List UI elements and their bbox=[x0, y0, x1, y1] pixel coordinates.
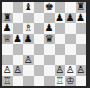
square-c5[interactable]: ♟ bbox=[23, 34, 34, 45]
square-d1[interactable] bbox=[34, 76, 45, 87]
square-g6[interactable] bbox=[65, 23, 76, 34]
square-f1[interactable]: ♖ bbox=[55, 76, 66, 87]
piece-white-king: ♔ bbox=[66, 76, 75, 87]
square-c2[interactable] bbox=[23, 65, 34, 76]
square-b3[interactable] bbox=[13, 55, 24, 66]
square-f3[interactable] bbox=[55, 55, 66, 66]
board-frame: ♝♚♜♜♟♟♟♟♗♟♕♟♟♛♙♙♙♙♙♙♖♖♔ bbox=[0, 0, 90, 88]
piece-black-king: ♚ bbox=[45, 2, 54, 13]
square-d2[interactable] bbox=[34, 65, 45, 76]
square-g1[interactable]: ♔ bbox=[65, 76, 76, 87]
piece-black-pawn: ♟ bbox=[76, 13, 85, 24]
piece-white-queen: ♕ bbox=[3, 34, 12, 45]
square-h7[interactable]: ♟ bbox=[76, 13, 87, 24]
square-d3[interactable] bbox=[34, 55, 45, 66]
piece-white-bishop: ♗ bbox=[24, 23, 33, 34]
square-h3[interactable] bbox=[76, 55, 87, 66]
piece-white-pawn: ♙ bbox=[55, 65, 64, 76]
square-a6[interactable]: ♟ bbox=[2, 23, 13, 34]
piece-white-rook: ♖ bbox=[3, 76, 12, 87]
square-a7[interactable]: ♜ bbox=[2, 13, 13, 24]
piece-white-pawn: ♙ bbox=[66, 65, 75, 76]
square-f7[interactable]: ♟ bbox=[55, 13, 66, 24]
square-c6[interactable]: ♗ bbox=[23, 23, 34, 34]
square-f8[interactable] bbox=[55, 2, 66, 13]
square-b6[interactable] bbox=[13, 23, 24, 34]
square-h5[interactable] bbox=[76, 34, 87, 45]
square-g7[interactable]: ♟ bbox=[65, 13, 76, 24]
piece-black-pawn: ♟ bbox=[45, 23, 54, 34]
piece-black-pawn: ♟ bbox=[66, 13, 75, 24]
square-d8[interactable] bbox=[34, 2, 45, 13]
square-e7[interactable] bbox=[44, 13, 55, 24]
square-g8[interactable] bbox=[65, 2, 76, 13]
piece-black-pawn: ♟ bbox=[55, 13, 64, 24]
square-e6[interactable]: ♟ bbox=[44, 23, 55, 34]
piece-white-pawn: ♙ bbox=[3, 65, 12, 76]
square-c1[interactable] bbox=[23, 76, 34, 87]
square-h6[interactable] bbox=[76, 23, 87, 34]
piece-black-queen: ♛ bbox=[45, 34, 54, 45]
square-f2[interactable]: ♙ bbox=[55, 65, 66, 76]
square-e2[interactable] bbox=[44, 65, 55, 76]
square-a2[interactable]: ♙ bbox=[2, 65, 13, 76]
square-b2[interactable]: ♙ bbox=[13, 65, 24, 76]
piece-black-pawn: ♟ bbox=[3, 23, 12, 34]
square-b7[interactable] bbox=[13, 13, 24, 24]
square-d4[interactable] bbox=[34, 44, 45, 55]
square-e3[interactable] bbox=[44, 55, 55, 66]
square-e4[interactable] bbox=[44, 44, 55, 55]
square-f5[interactable] bbox=[55, 34, 66, 45]
square-a8[interactable] bbox=[2, 2, 13, 13]
square-d7[interactable] bbox=[34, 13, 45, 24]
piece-white-pawn: ♙ bbox=[24, 55, 33, 66]
square-h4[interactable] bbox=[76, 44, 87, 55]
square-c7[interactable] bbox=[23, 13, 34, 24]
square-b4[interactable] bbox=[13, 44, 24, 55]
piece-white-pawn: ♙ bbox=[76, 65, 85, 76]
square-e8[interactable]: ♚ bbox=[44, 2, 55, 13]
square-a3[interactable] bbox=[2, 55, 13, 66]
piece-black-pawn: ♟ bbox=[13, 34, 22, 45]
piece-white-pawn: ♙ bbox=[13, 65, 22, 76]
square-c8[interactable]: ♝ bbox=[23, 2, 34, 13]
square-b8[interactable] bbox=[13, 2, 24, 13]
square-c4[interactable] bbox=[23, 44, 34, 55]
square-a4[interactable] bbox=[2, 44, 13, 55]
piece-black-pawn: ♟ bbox=[24, 34, 33, 45]
square-h1[interactable] bbox=[76, 76, 87, 87]
square-g3[interactable] bbox=[65, 55, 76, 66]
square-h2[interactable]: ♙ bbox=[76, 65, 87, 76]
square-g5[interactable] bbox=[65, 34, 76, 45]
square-f4[interactable] bbox=[55, 44, 66, 55]
square-b5[interactable]: ♟ bbox=[13, 34, 24, 45]
square-d6[interactable] bbox=[34, 23, 45, 34]
piece-black-rook: ♜ bbox=[76, 2, 85, 13]
piece-black-rook: ♜ bbox=[3, 13, 12, 24]
square-g2[interactable]: ♙ bbox=[65, 65, 76, 76]
piece-black-bishop: ♝ bbox=[24, 2, 33, 13]
square-h8[interactable]: ♜ bbox=[76, 2, 87, 13]
chess-board: ♝♚♜♜♟♟♟♟♗♟♕♟♟♛♙♙♙♙♙♙♖♖♔ bbox=[2, 2, 86, 86]
square-e1[interactable] bbox=[44, 76, 55, 87]
square-f6[interactable] bbox=[55, 23, 66, 34]
piece-white-rook: ♖ bbox=[55, 76, 64, 87]
square-b1[interactable] bbox=[13, 76, 24, 87]
square-a5[interactable]: ♕ bbox=[2, 34, 13, 45]
square-a1[interactable]: ♖ bbox=[2, 76, 13, 87]
square-g4[interactable] bbox=[65, 44, 76, 55]
square-d5[interactable] bbox=[34, 34, 45, 45]
square-e5[interactable]: ♛ bbox=[44, 34, 55, 45]
square-c3[interactable]: ♙ bbox=[23, 55, 34, 66]
